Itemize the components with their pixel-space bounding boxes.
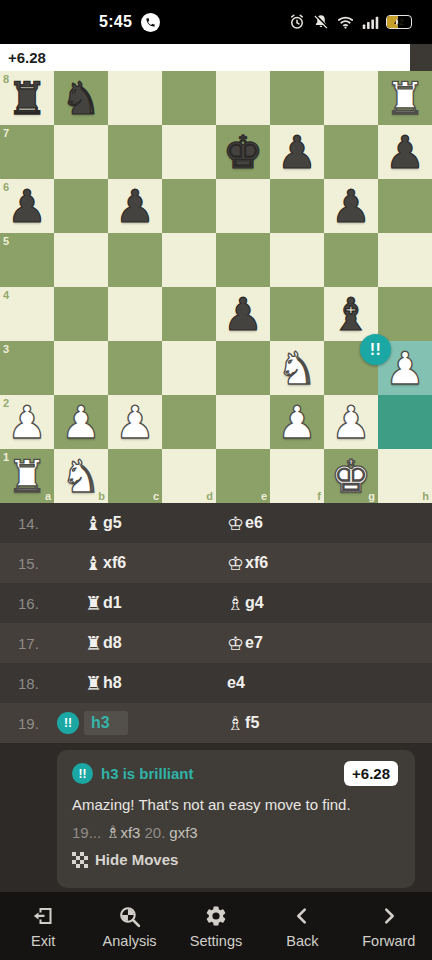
square-c4[interactable] (108, 287, 162, 341)
mute-bell-icon (312, 13, 330, 31)
white-rook-h8[interactable]: ♜ (385, 76, 425, 121)
square-d1[interactable]: d (162, 449, 216, 503)
square-a7[interactable]: 7 (0, 125, 54, 179)
piece-figurine: ♗ (227, 712, 244, 734)
evaluation-bar: +6.28 (0, 44, 432, 71)
square-b5[interactable] (54, 233, 108, 287)
exit-icon (31, 903, 56, 929)
piece-figurine: ♔ (227, 552, 244, 574)
square-c6[interactable]: ♟ (108, 179, 162, 233)
white-pawn-a2[interactable]: ♟ (7, 400, 47, 445)
piece-figurine: ♗ (105, 822, 120, 842)
move-san: h8 (103, 674, 122, 692)
forward-icon (378, 903, 400, 929)
chess-board[interactable]: 8♜♞♜7♚♟♟6♟♟♟54♟♝3♞♟2♟♟♟♟♟1a♜b♞cdefg♚h!! (0, 71, 432, 503)
square-c8[interactable] (108, 71, 162, 125)
move-text: ♜d8 (85, 632, 122, 654)
hide-moves-button[interactable]: Hide Moves (72, 851, 398, 868)
analysis-icon (117, 903, 142, 929)
white-pawn-h3[interactable]: ♟ (385, 346, 425, 391)
black-pawn-g6[interactable]: ♟ (331, 184, 371, 229)
move-number: 16. (0, 595, 85, 612)
move-san: f5 (245, 714, 259, 732)
move-row-16: 16.♜d1♗g4 (0, 583, 432, 623)
square-g5[interactable] (324, 233, 378, 287)
nav-forward-button[interactable]: Forward (346, 892, 432, 960)
move-row-18: 18.♜h8e4 (0, 663, 432, 703)
move-san: xf6 (103, 554, 126, 572)
white-move-d8[interactable]: ♜d8 (85, 632, 227, 654)
status-icons: 42 (288, 0, 412, 44)
brilliant-move-badge: !! (360, 334, 391, 365)
chess-app-screen: 5:45 (0, 0, 432, 960)
move-row-19: 19.!!h3♗f5 (0, 703, 432, 743)
square-d2[interactable] (162, 395, 216, 449)
variation-text: 20. (144, 824, 165, 841)
square-a8[interactable]: 8♜ (0, 71, 54, 125)
square-b7[interactable] (54, 125, 108, 179)
square-g4[interactable]: ♝ (324, 287, 378, 341)
square-f2[interactable]: ♟ (270, 395, 324, 449)
square-d3[interactable] (162, 341, 216, 395)
current-move-pill: h3 (84, 711, 128, 735)
square-c2[interactable]: ♟ (108, 395, 162, 449)
square-d4[interactable] (162, 287, 216, 341)
square-e2[interactable] (216, 395, 270, 449)
analysis-section: !! h3 is brilliant +6.28 Amazing! That's… (0, 743, 432, 892)
square-b8[interactable]: ♞ (54, 71, 108, 125)
square-b1[interactable]: b♞ (54, 449, 108, 503)
evaluation-black-share (410, 44, 432, 71)
nav-analysis-button[interactable]: Analysis (86, 892, 172, 960)
battery-icon: 42 (386, 15, 412, 29)
analysis-comment: Amazing! That's not an easy move to find… (72, 796, 398, 813)
clock-time: 5:45 (99, 13, 132, 31)
white-pawn-f2[interactable]: ♟ (277, 400, 317, 445)
move-text: ♝xf6 (85, 552, 126, 574)
rank-label-4: 4 (3, 289, 9, 301)
move-number: 18. (0, 675, 85, 692)
square-b3[interactable] (54, 341, 108, 395)
brilliant-badge-icon: !! (72, 763, 93, 784)
square-e6[interactable] (216, 179, 270, 233)
move-row-15: 15.♝xf6♔xf6 (0, 543, 432, 583)
black-move-e4[interactable]: e4 (227, 674, 432, 692)
square-d7[interactable] (162, 125, 216, 179)
move-san: e6 (245, 514, 263, 532)
white-move-g5[interactable]: ♝g5 (85, 512, 227, 534)
analysis-title: h3 is brilliant (101, 765, 194, 782)
status-bar: 5:45 (0, 0, 432, 44)
square-a1[interactable]: 1a♜ (0, 449, 54, 503)
square-h5[interactable] (378, 233, 432, 287)
black-bishop-g4[interactable]: ♝ (331, 292, 371, 337)
variation-token[interactable]: gxf3 (169, 824, 197, 841)
black-king-e7[interactable]: ♚ (223, 130, 263, 175)
piece-figurine: ♔ (227, 512, 244, 534)
file-label-h: h (422, 490, 429, 502)
black-move-e7[interactable]: ♔e7 (227, 632, 432, 654)
file-label-b: b (98, 490, 105, 502)
square-a5[interactable]: 5 (0, 233, 54, 287)
square-e1[interactable]: e (216, 449, 270, 503)
move-row-14: 14.♝g5♔e6 (0, 503, 432, 543)
white-pawn-b2[interactable]: ♟ (61, 400, 101, 445)
move-text: ♔xf6 (227, 552, 268, 574)
analysis-variation[interactable]: 19...♗xf320.gxf3 (72, 822, 398, 842)
brilliant-badge-icon: !! (57, 712, 79, 734)
move-text: ♔e6 (227, 512, 263, 534)
square-e5[interactable] (216, 233, 270, 287)
white-rook-a1[interactable]: ♜ (7, 454, 47, 499)
rank-label-5: 5 (3, 235, 9, 247)
square-h7[interactable]: ♟ (378, 125, 432, 179)
piece-figurine: ♜ (85, 672, 102, 694)
black-move-g4[interactable]: ♗g4 (227, 592, 432, 614)
file-label-c: c (153, 490, 159, 502)
variation-text: 19... (72, 824, 101, 841)
nav-label: Exit (31, 933, 55, 949)
square-g6[interactable]: ♟ (324, 179, 378, 233)
evaluation-pill: +6.28 (344, 761, 398, 786)
nav-label: Analysis (103, 933, 157, 949)
square-h2[interactable] (378, 395, 432, 449)
square-a3[interactable]: 3 (0, 341, 54, 395)
settings-icon (204, 903, 228, 929)
white-knight-f3[interactable]: ♞ (277, 346, 317, 391)
nav-label: Settings (190, 933, 242, 949)
move-text: ♗g4 (227, 592, 264, 614)
rank-label-6: 6 (3, 181, 9, 193)
move-san: d1 (103, 594, 122, 612)
back-icon (291, 903, 313, 929)
nav-label: Forward (362, 933, 415, 949)
piece-figurine: ♜ (85, 632, 102, 654)
black-rook-a8[interactable]: ♜ (7, 76, 47, 121)
rank-label-2: 2 (3, 397, 9, 409)
white-pawn-g2[interactable]: ♟ (331, 400, 371, 445)
square-c3[interactable] (108, 341, 162, 395)
square-h8[interactable]: ♜ (378, 71, 432, 125)
square-f6[interactable] (270, 179, 324, 233)
variation-token[interactable]: 19... (72, 824, 101, 841)
variation-text: xf3 (120, 824, 140, 841)
black-knight-b8[interactable]: ♞ (61, 76, 101, 121)
file-label-f: f (317, 490, 321, 502)
file-label-a: a (45, 490, 51, 502)
move-row-17: 17.♜d8♔e7 (0, 623, 432, 663)
move-text: ♜h8 (85, 672, 122, 694)
move-text: ♗f5 (227, 712, 259, 734)
move-text: e4 (227, 674, 245, 692)
white-move-h8[interactable]: ♜h8 (85, 672, 227, 694)
battery-percent: 42 (387, 16, 411, 28)
black-move-f5[interactable]: ♗f5 (227, 712, 432, 734)
square-a6[interactable]: 6♟ (0, 179, 54, 233)
square-e8[interactable] (216, 71, 270, 125)
nav-exit-button[interactable]: Exit (0, 892, 86, 960)
variation-token[interactable]: 20. (144, 824, 165, 841)
signal-strength-icon (361, 14, 380, 30)
square-e7[interactable]: ♚ (216, 125, 270, 179)
move-san: g4 (245, 594, 264, 612)
rank-label-1: 1 (3, 451, 9, 463)
square-a4[interactable]: 4 (0, 287, 54, 341)
evaluation-value: +6.28 (8, 44, 46, 71)
piece-figurine: ♜ (85, 592, 102, 614)
hide-moves-label: Hide Moves (95, 851, 178, 868)
square-h4[interactable] (378, 287, 432, 341)
nav-label: Back (286, 933, 318, 949)
square-d8[interactable] (162, 71, 216, 125)
battery-nub (396, 19, 399, 25)
wifi-icon (336, 14, 355, 30)
black-pawn-a6[interactable]: ♟ (7, 184, 47, 229)
square-c7[interactable] (108, 125, 162, 179)
file-label-e: e (261, 490, 267, 502)
black-move-e6[interactable]: ♔e6 (227, 512, 432, 534)
white-move-xf6[interactable]: ♝xf6 (85, 552, 227, 574)
square-b4[interactable] (54, 287, 108, 341)
white-move-d1[interactable]: ♜d1 (85, 592, 227, 614)
white-king-g1[interactable]: ♚ (331, 454, 371, 499)
rank-label-3: 3 (3, 343, 9, 355)
move-san: e7 (245, 634, 263, 652)
square-b2[interactable]: ♟ (54, 395, 108, 449)
move-list: 14.♝g5♔e615.♝xf6♔xf616.♜d1♗g417.♜d8♔e718… (0, 503, 432, 743)
move-san: h3 (91, 714, 110, 732)
move-text: ♝g5 (85, 512, 122, 534)
move-san: d8 (103, 634, 122, 652)
square-a2[interactable]: 2♟ (0, 395, 54, 449)
square-f8[interactable] (270, 71, 324, 125)
file-label-g: g (368, 490, 375, 502)
analysis-card: !! h3 is brilliant +6.28 Amazing! That's… (57, 750, 415, 888)
move-number: 14. (0, 515, 85, 532)
square-g8[interactable] (324, 71, 378, 125)
move-number: 15. (0, 555, 85, 572)
black-pawn-c6[interactable]: ♟ (115, 184, 155, 229)
square-g7[interactable] (324, 125, 378, 179)
square-f5[interactable] (270, 233, 324, 287)
nav-settings-button[interactable]: Settings (173, 892, 259, 960)
square-f3[interactable]: ♞ (270, 341, 324, 395)
white-knight-b1[interactable]: ♞ (61, 454, 101, 499)
file-label-d: d (206, 490, 213, 502)
square-b6[interactable] (54, 179, 108, 233)
square-d5[interactable] (162, 233, 216, 287)
rank-label-8: 8 (3, 73, 9, 85)
move-san: xf6 (245, 554, 268, 572)
square-f7[interactable]: ♟ (270, 125, 324, 179)
square-d6[interactable] (162, 179, 216, 233)
square-h1[interactable]: h (378, 449, 432, 503)
variation-text: gxf3 (169, 824, 197, 841)
move-san: g5 (103, 514, 122, 532)
black-pawn-e4[interactable]: ♟ (223, 292, 263, 337)
move-number: 17. (0, 635, 85, 652)
move-text: ♜d1 (85, 592, 122, 614)
analysis-card-header: !! h3 is brilliant +6.28 (72, 763, 398, 784)
piece-figurine: ♗ (227, 592, 244, 614)
alarm-icon (288, 13, 306, 31)
move-san: e4 (227, 674, 245, 692)
square-c1[interactable]: c (108, 449, 162, 503)
square-h6[interactable] (378, 179, 432, 233)
white-move-h3[interactable]: !!h3 (85, 711, 227, 735)
square-f1[interactable]: f (270, 449, 324, 503)
black-pawn-h7[interactable]: ♟ (385, 130, 425, 175)
square-c5[interactable] (108, 233, 162, 287)
black-pawn-f7[interactable]: ♟ (277, 130, 317, 175)
piece-figurine: ♝ (85, 552, 102, 574)
bottom-nav-bar: ExitAnalysisSettingsBackForward (0, 892, 432, 960)
rank-label-7: 7 (3, 127, 9, 139)
square-g2[interactable]: ♟ (324, 395, 378, 449)
variation-token[interactable]: ♗xf3 (105, 822, 140, 842)
square-g1[interactable]: g♚ (324, 449, 378, 503)
phone-call-icon (141, 13, 160, 32)
white-pawn-c2[interactable]: ♟ (115, 400, 155, 445)
square-f4[interactable] (270, 287, 324, 341)
move-text: ♔e7 (227, 632, 263, 654)
piece-figurine: ♝ (85, 512, 102, 534)
piece-figurine: ♔ (227, 632, 244, 654)
checkerboard-icon (72, 852, 88, 868)
square-e3[interactable] (216, 341, 270, 395)
square-e4[interactable]: ♟ (216, 287, 270, 341)
nav-back-button[interactable]: Back (259, 892, 345, 960)
black-move-xf6[interactable]: ♔xf6 (227, 552, 432, 574)
